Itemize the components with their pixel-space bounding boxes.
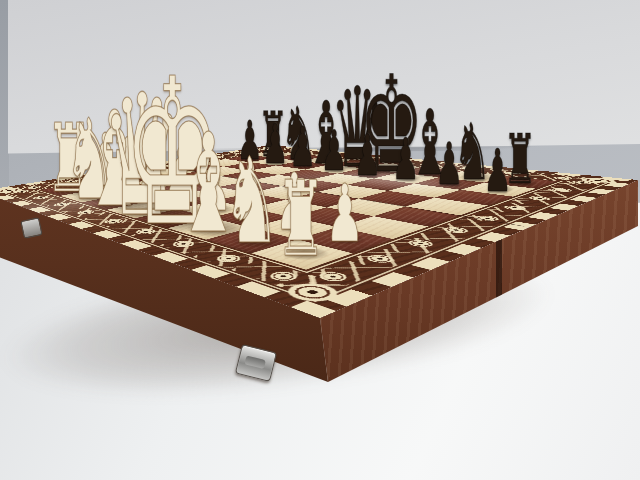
scene-photo: ♜♞♝♛♚♝♞♜♟♟♟♟♟♟♟♟♟♟♟♟♟♟♟♟♜♞♝♛♚♝♞♜ [0, 0, 640, 480]
leaning-white-panel [8, 0, 640, 160]
wall-corner-strip [0, 0, 9, 200]
metal-side-fitting [20, 217, 42, 239]
